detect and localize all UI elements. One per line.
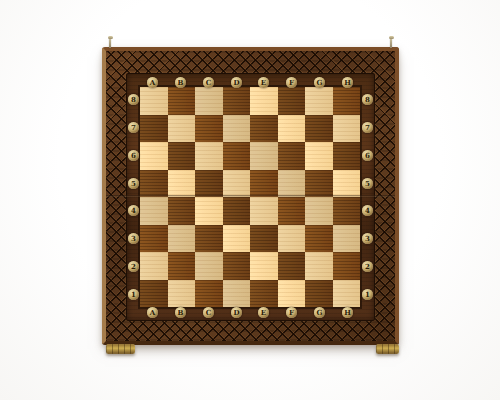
square-f8[interactable]: [278, 87, 306, 115]
square-c1[interactable]: [195, 280, 223, 308]
square-d8[interactable]: [223, 87, 251, 115]
square-f2[interactable]: [278, 252, 306, 280]
square-h5[interactable]: [333, 170, 361, 198]
square-d5[interactable]: [223, 170, 251, 198]
rank-label-1-left: 1: [128, 289, 139, 300]
square-h7[interactable]: [333, 115, 361, 143]
photo-background: AABBCCDDEEFFGGHH8877665544332211: [0, 0, 500, 400]
square-c4[interactable]: [195, 197, 223, 225]
square-e8[interactable]: [250, 87, 278, 115]
file-label-f-top: F: [286, 77, 297, 88]
square-f4[interactable]: [278, 197, 306, 225]
square-b1[interactable]: [168, 280, 196, 308]
rank-label-4-right: 4: [362, 205, 373, 216]
rank-label-3-right: 3: [362, 233, 373, 244]
square-b2[interactable]: [168, 252, 196, 280]
rank-label-3-left: 3: [128, 233, 139, 244]
file-label-c-top: C: [203, 77, 214, 88]
square-f7[interactable]: [278, 115, 306, 143]
file-label-a-top: A: [147, 77, 158, 88]
file-label-e-bottom: E: [258, 307, 269, 318]
file-label-g-bottom: G: [314, 307, 325, 318]
rank-label-6-right: 6: [362, 150, 373, 161]
rank-label-2-left: 2: [128, 261, 139, 272]
square-e5[interactable]: [250, 170, 278, 198]
square-b8[interactable]: [168, 87, 196, 115]
square-f5[interactable]: [278, 170, 306, 198]
square-c2[interactable]: [195, 252, 223, 280]
file-label-c-bottom: C: [203, 307, 214, 318]
square-h6[interactable]: [333, 142, 361, 170]
hinge-left: [106, 344, 135, 354]
latch-pin-right: [390, 38, 392, 48]
rank-label-8-right: 8: [362, 94, 373, 105]
square-g5[interactable]: [305, 170, 333, 198]
file-label-f-bottom: F: [286, 307, 297, 318]
square-d6[interactable]: [223, 142, 251, 170]
file-label-b-bottom: B: [175, 307, 186, 318]
square-f1[interactable]: [278, 280, 306, 308]
latch-pin-left: [109, 38, 111, 48]
square-c5[interactable]: [195, 170, 223, 198]
square-e1[interactable]: [250, 280, 278, 308]
square-a6[interactable]: [140, 142, 168, 170]
file-label-h-bottom: H: [342, 307, 353, 318]
square-b6[interactable]: [168, 142, 196, 170]
square-e4[interactable]: [250, 197, 278, 225]
file-label-g-top: G: [314, 77, 325, 88]
square-c7[interactable]: [195, 115, 223, 143]
square-d1[interactable]: [223, 280, 251, 308]
file-label-h-top: H: [342, 77, 353, 88]
square-b7[interactable]: [168, 115, 196, 143]
file-label-b-top: B: [175, 77, 186, 88]
square-f6[interactable]: [278, 142, 306, 170]
square-f3[interactable]: [278, 225, 306, 253]
rank-label-2-right: 2: [362, 261, 373, 272]
square-a7[interactable]: [140, 115, 168, 143]
square-g1[interactable]: [305, 280, 333, 308]
file-label-e-top: E: [258, 77, 269, 88]
square-c3[interactable]: [195, 225, 223, 253]
rank-label-1-right: 1: [362, 289, 373, 300]
rank-label-8-left: 8: [128, 94, 139, 105]
square-b4[interactable]: [168, 197, 196, 225]
rank-label-7-right: 7: [362, 122, 373, 133]
square-g4[interactable]: [305, 197, 333, 225]
rank-label-4-left: 4: [128, 205, 139, 216]
square-d2[interactable]: [223, 252, 251, 280]
square-b5[interactable]: [168, 170, 196, 198]
rank-label-7-left: 7: [128, 122, 139, 133]
square-d7[interactable]: [223, 115, 251, 143]
square-g2[interactable]: [305, 252, 333, 280]
square-h4[interactable]: [333, 197, 361, 225]
square-d4[interactable]: [223, 197, 251, 225]
square-c8[interactable]: [195, 87, 223, 115]
square-h1[interactable]: [333, 280, 361, 308]
square-d3[interactable]: [223, 225, 251, 253]
file-label-d-bottom: D: [231, 307, 242, 318]
fold-seam: [106, 195, 395, 197]
square-a3[interactable]: [140, 225, 168, 253]
square-e2[interactable]: [250, 252, 278, 280]
rank-label-5-left: 5: [128, 178, 139, 189]
square-g6[interactable]: [305, 142, 333, 170]
square-e3[interactable]: [250, 225, 278, 253]
square-e6[interactable]: [250, 142, 278, 170]
square-g8[interactable]: [305, 87, 333, 115]
square-a5[interactable]: [140, 170, 168, 198]
rank-label-6-left: 6: [128, 150, 139, 161]
square-g3[interactable]: [305, 225, 333, 253]
file-label-d-top: D: [231, 77, 242, 88]
square-h8[interactable]: [333, 87, 361, 115]
square-c6[interactable]: [195, 142, 223, 170]
square-a1[interactable]: [140, 280, 168, 308]
square-e7[interactable]: [250, 115, 278, 143]
rank-label-5-right: 5: [362, 178, 373, 189]
hinge-right: [376, 344, 399, 354]
square-a4[interactable]: [140, 197, 168, 225]
square-a2[interactable]: [140, 252, 168, 280]
square-h3[interactable]: [333, 225, 361, 253]
square-h2[interactable]: [333, 252, 361, 280]
file-label-a-bottom: A: [147, 307, 158, 318]
playing-area: [139, 86, 361, 308]
square-b3[interactable]: [168, 225, 196, 253]
square-g7[interactable]: [305, 115, 333, 143]
chess-board: AABBCCDDEEFFGGHH8877665544332211: [102, 47, 399, 345]
square-a8[interactable]: [140, 87, 168, 115]
